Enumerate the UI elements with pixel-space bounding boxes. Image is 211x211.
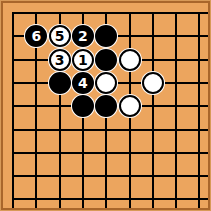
grid-line-vertical	[152, 12, 154, 208]
stone-white-move-1: 1	[72, 49, 94, 71]
stone-white	[119, 95, 141, 117]
grid-line-vertical	[12, 12, 14, 208]
grid-line-horizontal	[12, 12, 208, 14]
stone-black	[72, 95, 94, 117]
grid-line-horizontal	[12, 152, 208, 154]
stone-label: 5	[55, 29, 65, 43]
grid-line-horizontal	[12, 198, 208, 200]
go-board: 652314	[0, 0, 211, 211]
grid-line-horizontal	[12, 129, 208, 131]
stone-label: 4	[78, 76, 88, 90]
stone-white	[142, 72, 164, 94]
stone-white-move-3: 3	[49, 49, 71, 71]
stone-label: 2	[78, 29, 88, 43]
grid-line-vertical	[175, 12, 177, 208]
grid-line-vertical	[198, 12, 200, 208]
stone-white-move-5: 5	[49, 25, 71, 47]
stone-label: 1	[78, 53, 88, 67]
stone-black	[95, 95, 117, 117]
grid-line-horizontal	[12, 175, 208, 177]
stone-black	[95, 49, 117, 71]
stone-black	[49, 72, 71, 94]
stone-label: 6	[31, 29, 41, 43]
stone-white	[119, 49, 141, 71]
stone-white	[95, 72, 117, 94]
stone-label: 3	[55, 53, 65, 67]
stone-black	[95, 25, 117, 47]
stone-black-move-6: 6	[25, 25, 47, 47]
stone-black-move-2: 2	[72, 25, 94, 47]
stone-black-move-4: 4	[72, 72, 94, 94]
